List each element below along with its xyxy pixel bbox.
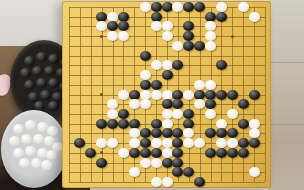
black-stone[interactable] — [205, 12, 216, 22]
black-stone[interactable] — [183, 119, 194, 129]
black-stone[interactable] — [205, 99, 216, 109]
black-stone[interactable] — [172, 158, 183, 168]
bowl-white-stone — [9, 136, 20, 146]
board-grid — [69, 7, 265, 182]
black-stone[interactable] — [238, 148, 249, 158]
grid-line-horizontal — [69, 172, 265, 173]
bowl-white-stone — [41, 160, 52, 170]
black-stone[interactable] — [183, 41, 194, 51]
black-stone[interactable] — [162, 158, 173, 168]
white-stone[interactable] — [249, 128, 260, 138]
black-stone[interactable] — [227, 148, 238, 158]
black-stone[interactable] — [249, 90, 260, 100]
black-stone[interactable] — [183, 31, 194, 41]
white-stone[interactable] — [151, 138, 162, 148]
white-stone[interactable] — [172, 41, 183, 51]
wood-floor — [268, 0, 304, 190]
bowl-white-stone — [25, 120, 36, 130]
black-stone[interactable] — [107, 21, 118, 31]
black-stone[interactable] — [172, 138, 183, 148]
go-game-scene — [0, 0, 304, 190]
black-stone[interactable] — [85, 148, 96, 158]
white-stone[interactable] — [107, 12, 118, 22]
black-stone[interactable] — [183, 167, 194, 177]
white-stone[interactable] — [249, 167, 260, 177]
white-stone[interactable] — [129, 99, 140, 109]
white-stone[interactable] — [194, 99, 205, 109]
floor-plank-line — [268, 62, 304, 63]
black-stone[interactable] — [205, 90, 216, 100]
white-stone[interactable] — [162, 138, 173, 148]
white-stone[interactable] — [107, 31, 118, 41]
black-stone[interactable] — [183, 109, 194, 119]
white-stone[interactable] — [216, 119, 227, 129]
star-point — [231, 35, 234, 38]
black-stone[interactable] — [151, 12, 162, 22]
white-stone[interactable] — [162, 21, 173, 31]
bowl-black-stone — [48, 54, 59, 64]
star-point — [100, 151, 103, 154]
bowl-black-stone — [48, 78, 59, 88]
white-stone[interactable] — [96, 21, 107, 31]
white-stone[interactable] — [151, 21, 162, 31]
white-stone[interactable] — [172, 109, 183, 119]
black-stone[interactable] — [216, 12, 227, 22]
white-stone[interactable] — [140, 158, 151, 168]
bowl-black-stone — [36, 78, 47, 88]
white-stone[interactable] — [107, 138, 118, 148]
black-stone[interactable] — [74, 138, 85, 148]
black-stone[interactable] — [140, 51, 151, 61]
white-stone[interactable] — [238, 2, 249, 12]
black-stone[interactable] — [194, 41, 205, 51]
white-stone[interactable] — [96, 138, 107, 148]
black-stone[interactable] — [172, 167, 183, 177]
white-stone[interactable] — [227, 138, 238, 148]
white-stone[interactable] — [151, 177, 162, 187]
white-stone[interactable] — [183, 138, 194, 148]
bowl-white-stone — [25, 146, 36, 156]
white-stone[interactable] — [129, 138, 140, 148]
go-board[interactable] — [62, 1, 271, 188]
white-stone[interactable] — [151, 90, 162, 100]
white-stones-bowl[interactable] — [1, 110, 67, 188]
star-point — [100, 93, 103, 96]
black-stone[interactable] — [162, 2, 173, 12]
white-stone[interactable] — [140, 99, 151, 109]
black-stone[interactable] — [172, 128, 183, 138]
bowl-black-stone — [48, 101, 59, 111]
black-stone[interactable] — [183, 2, 194, 12]
black-stone[interactable] — [151, 80, 162, 90]
white-stone[interactable] — [194, 138, 205, 148]
black-stone[interactable] — [140, 80, 151, 90]
black-stone[interactable] — [96, 12, 107, 22]
black-stone[interactable] — [205, 148, 216, 158]
black-stone[interactable] — [96, 119, 107, 129]
white-stone[interactable] — [118, 31, 129, 41]
black-stone[interactable] — [238, 119, 249, 129]
black-stone[interactable] — [183, 21, 194, 31]
black-stone[interactable] — [216, 60, 227, 70]
white-stone[interactable] — [107, 99, 118, 109]
white-stone[interactable] — [162, 90, 173, 100]
white-stone[interactable] — [162, 177, 173, 187]
star-point — [100, 35, 103, 38]
white-stone[interactable] — [162, 31, 173, 41]
black-stone[interactable] — [172, 99, 183, 109]
black-stone[interactable] — [129, 90, 140, 100]
black-stone[interactable] — [172, 60, 183, 70]
bowl-black-stone — [20, 68, 31, 78]
white-stone[interactable] — [151, 158, 162, 168]
white-stone[interactable] — [118, 148, 129, 158]
white-stone[interactable] — [194, 80, 205, 90]
black-stone[interactable] — [227, 90, 238, 100]
black-stone[interactable] — [151, 148, 162, 158]
white-stone[interactable] — [162, 148, 173, 158]
white-stone[interactable] — [216, 138, 227, 148]
black-stone[interactable] — [162, 128, 173, 138]
black-stone[interactable] — [162, 70, 173, 80]
white-stone[interactable] — [129, 167, 140, 177]
black-stone[interactable] — [107, 119, 118, 129]
floor-plank-line — [268, 124, 304, 125]
white-stone[interactable] — [162, 109, 173, 119]
white-stone[interactable] — [249, 12, 260, 22]
white-stone[interactable] — [140, 2, 151, 12]
black-stone[interactable] — [172, 148, 183, 158]
white-stone[interactable] — [162, 119, 173, 129]
black-stone[interactable] — [216, 128, 227, 138]
white-stone[interactable] — [118, 90, 129, 100]
white-stone[interactable] — [205, 41, 216, 51]
bowl-white-stone — [13, 148, 24, 158]
white-stone[interactable] — [205, 21, 216, 31]
black-stone[interactable] — [118, 109, 129, 119]
black-stone[interactable] — [162, 99, 173, 109]
black-stone[interactable] — [151, 119, 162, 129]
black-stone[interactable] — [140, 148, 151, 158]
white-stone[interactable] — [172, 2, 183, 12]
grid-line-vertical — [265, 7, 266, 182]
black-stone[interactable] — [140, 128, 151, 138]
black-stone[interactable] — [227, 128, 238, 138]
white-stone[interactable] — [183, 90, 194, 100]
black-stone[interactable] — [194, 177, 205, 187]
bowl-black-stone — [24, 80, 35, 90]
black-stone[interactable] — [216, 90, 227, 100]
bowl-black-stone — [32, 66, 43, 76]
white-stone[interactable] — [183, 128, 194, 138]
black-stone[interactable] — [216, 148, 227, 158]
white-stone[interactable] — [205, 31, 216, 41]
black-stone[interactable] — [151, 2, 162, 12]
white-stone[interactable] — [249, 119, 260, 129]
black-stone[interactable] — [129, 119, 140, 129]
black-stone[interactable] — [205, 128, 216, 138]
black-stone[interactable] — [118, 12, 129, 22]
white-stone[interactable] — [216, 2, 227, 12]
white-stone[interactable] — [205, 109, 216, 119]
black-stone[interactable] — [249, 138, 260, 148]
bowl-white-stone — [13, 124, 24, 134]
white-stone[interactable] — [140, 90, 151, 100]
black-stone[interactable] — [194, 2, 205, 12]
black-stone[interactable] — [238, 138, 249, 148]
bowl-white-stone — [33, 134, 44, 144]
bowl-white-stone — [47, 126, 58, 136]
bowl-white-stone — [46, 150, 57, 160]
black-stone[interactable] — [140, 138, 151, 148]
black-stone[interactable] — [96, 158, 107, 168]
white-stone[interactable] — [162, 60, 173, 70]
white-stone[interactable] — [205, 80, 216, 90]
bowl-black-stone — [40, 90, 51, 100]
black-stone[interactable] — [118, 21, 129, 31]
bowl-black-stone — [36, 52, 47, 62]
bowl-black-stone — [44, 66, 55, 76]
white-stone[interactable] — [151, 60, 162, 70]
black-stone[interactable] — [172, 90, 183, 100]
black-stone[interactable] — [238, 99, 249, 109]
black-stone[interactable] — [129, 148, 140, 158]
bowl-black-stone — [24, 56, 35, 66]
black-stone[interactable] — [151, 128, 162, 138]
black-stone[interactable] — [118, 119, 129, 129]
white-stone[interactable] — [227, 109, 238, 119]
white-stone[interactable] — [129, 128, 140, 138]
white-stone[interactable] — [140, 70, 151, 80]
white-stone[interactable] — [107, 109, 118, 119]
black-stone[interactable] — [194, 90, 205, 100]
bowl-white-stone — [21, 134, 32, 144]
bowl-white-stone — [19, 158, 30, 168]
